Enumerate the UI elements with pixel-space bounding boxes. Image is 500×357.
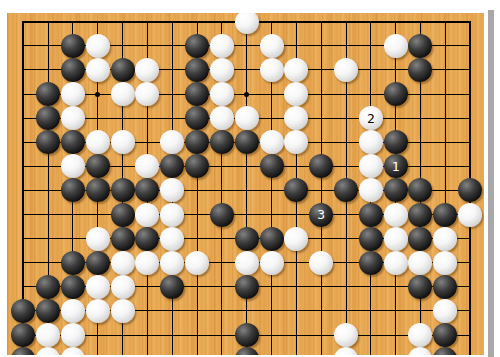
black-stone — [309, 154, 333, 178]
grid-line-vertical — [321, 21, 322, 355]
white-stone — [359, 154, 383, 178]
black-stone — [408, 203, 432, 227]
white-stone — [284, 227, 308, 251]
black-stone — [86, 178, 110, 202]
white-stone — [384, 251, 408, 275]
white-stone — [86, 299, 110, 323]
white-stone — [260, 58, 284, 82]
black-stone-move-1: 1 — [384, 154, 408, 178]
white-stone — [160, 251, 184, 275]
white-stone — [86, 130, 110, 154]
white-stone — [86, 34, 110, 58]
black-stone — [359, 251, 383, 275]
white-stone — [86, 275, 110, 299]
black-stone — [408, 34, 432, 58]
white-stone — [111, 130, 135, 154]
go-board[interactable]: 213 — [7, 13, 484, 355]
white-stone — [111, 251, 135, 275]
white-stone — [433, 299, 457, 323]
black-stone — [11, 323, 35, 347]
black-stone — [359, 203, 383, 227]
white-stone — [284, 106, 308, 130]
white-stone-move-2: 2 — [359, 106, 383, 130]
white-stone — [235, 251, 259, 275]
star-point — [244, 92, 249, 97]
white-stone — [260, 130, 284, 154]
black-stone — [235, 347, 259, 355]
white-stone — [135, 251, 159, 275]
white-stone — [36, 347, 60, 355]
black-stone — [359, 227, 383, 251]
white-stone — [284, 58, 308, 82]
black-stone — [260, 227, 284, 251]
white-stone — [160, 203, 184, 227]
white-stone — [433, 227, 457, 251]
window-shadow-bar — [488, 10, 494, 357]
white-stone — [210, 106, 234, 130]
white-stone — [433, 251, 457, 275]
black-stone — [185, 58, 209, 82]
white-stone — [61, 323, 85, 347]
black-stone — [384, 82, 408, 106]
white-stone — [61, 299, 85, 323]
white-stone — [309, 251, 333, 275]
white-stone — [408, 323, 432, 347]
black-stone — [408, 178, 432, 202]
white-stone — [384, 227, 408, 251]
white-stone — [111, 299, 135, 323]
black-stone — [61, 58, 85, 82]
white-stone — [160, 178, 184, 202]
white-stone — [384, 203, 408, 227]
white-stone — [135, 58, 159, 82]
white-stone — [210, 82, 234, 106]
black-stone — [260, 154, 284, 178]
white-stone — [359, 178, 383, 202]
white-stone — [86, 58, 110, 82]
white-stone — [284, 82, 308, 106]
white-stone — [235, 106, 259, 130]
black-stone — [160, 275, 184, 299]
black-stone — [433, 275, 457, 299]
grid-line-vertical — [246, 21, 247, 355]
black-stone — [210, 203, 234, 227]
black-stone — [433, 347, 457, 355]
black-stone — [61, 251, 85, 275]
white-stone — [135, 203, 159, 227]
black-stone — [111, 178, 135, 202]
white-stone — [359, 130, 383, 154]
black-stone — [111, 227, 135, 251]
move-number-label: 2 — [367, 112, 375, 125]
star-point — [95, 92, 100, 97]
black-stone — [458, 178, 482, 202]
white-stone — [61, 154, 85, 178]
white-stone — [111, 82, 135, 106]
white-stone — [458, 203, 482, 227]
board-frame: 213 — [0, 0, 500, 357]
move-number-label: 3 — [317, 208, 325, 221]
white-stone — [334, 58, 358, 82]
white-stone — [135, 154, 159, 178]
white-stone — [210, 34, 234, 58]
black-stone — [11, 299, 35, 323]
white-stone — [61, 82, 85, 106]
black-stone — [334, 178, 358, 202]
black-stone-move-3: 3 — [309, 203, 333, 227]
black-stone — [86, 251, 110, 275]
white-stone — [160, 130, 184, 154]
white-stone — [36, 323, 60, 347]
black-stone — [185, 106, 209, 130]
black-stone — [135, 227, 159, 251]
black-stone — [284, 178, 308, 202]
white-stone — [210, 58, 234, 82]
black-stone — [86, 154, 110, 178]
white-stone — [408, 251, 432, 275]
black-stone — [185, 82, 209, 106]
white-stone — [61, 347, 85, 355]
black-stone — [185, 34, 209, 58]
black-stone — [36, 82, 60, 106]
black-stone — [135, 178, 159, 202]
black-stone — [111, 203, 135, 227]
white-stone — [111, 275, 135, 299]
white-stone — [235, 13, 259, 34]
white-stone — [408, 347, 432, 355]
black-stone — [235, 227, 259, 251]
black-stone — [185, 154, 209, 178]
white-stone — [185, 251, 209, 275]
black-stone — [185, 130, 209, 154]
black-stone — [111, 58, 135, 82]
black-stone — [384, 178, 408, 202]
white-stone — [135, 82, 159, 106]
white-stone — [284, 130, 308, 154]
white-stone — [86, 227, 110, 251]
black-stone — [433, 203, 457, 227]
white-stone — [160, 227, 184, 251]
black-stone — [408, 227, 432, 251]
black-stone — [36, 130, 60, 154]
white-stone — [61, 106, 85, 130]
black-stone — [235, 130, 259, 154]
black-stone — [235, 323, 259, 347]
black-stone — [384, 130, 408, 154]
white-stone — [260, 34, 284, 58]
black-stone — [36, 299, 60, 323]
black-stone — [61, 275, 85, 299]
move-number-label: 1 — [392, 160, 400, 173]
white-stone — [334, 323, 358, 347]
black-stone — [408, 275, 432, 299]
white-stone — [334, 347, 358, 355]
black-stone — [408, 58, 432, 82]
black-stone — [61, 130, 85, 154]
black-stone — [36, 275, 60, 299]
black-stone — [61, 178, 85, 202]
black-stone — [433, 323, 457, 347]
white-stone — [260, 251, 284, 275]
black-stone — [61, 34, 85, 58]
black-stone — [235, 275, 259, 299]
black-stone — [11, 347, 35, 355]
black-stone — [160, 154, 184, 178]
black-stone — [210, 130, 234, 154]
white-stone — [384, 34, 408, 58]
black-stone — [36, 106, 60, 130]
